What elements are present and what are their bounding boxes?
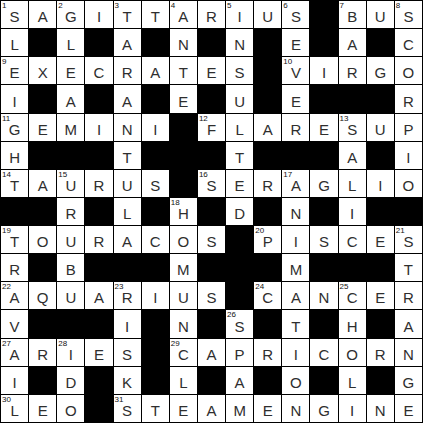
letter-cell[interactable]: R: [85, 226, 112, 253]
letter-cell[interactable]: S: [142, 170, 169, 197]
black-cell: [310, 367, 337, 394]
cell-letter: C: [262, 290, 273, 309]
cell-letter: E: [38, 403, 48, 422]
letter-cell[interactable]: D: [226, 198, 253, 225]
cell-letter: A: [38, 9, 48, 28]
letter-cell[interactable]: M: [226, 395, 253, 422]
letter-cell[interactable]: A: [226, 367, 253, 394]
letter-cell[interactable]: U: [226, 85, 253, 112]
letter-cell[interactable]: 23R: [114, 282, 141, 309]
clue-number: 7: [340, 1, 344, 10]
cell-letter: B: [347, 9, 357, 28]
letter-cell[interactable]: C: [395, 29, 422, 56]
letter-cell[interactable]: I: [282, 339, 309, 366]
cell-letter: O: [403, 178, 415, 197]
letter-cell[interactable]: R: [85, 170, 112, 197]
cell-letter: A: [206, 347, 216, 366]
cell-letter: U: [178, 290, 189, 309]
letter-cell[interactable]: U: [254, 1, 281, 28]
cell-letter: S: [291, 9, 301, 28]
cell-letter: I: [12, 375, 16, 394]
cell-letter: L: [10, 403, 18, 422]
letter-cell[interactable]: E: [367, 282, 394, 309]
letter-cell[interactable]: R: [198, 1, 225, 28]
black-cell: [85, 395, 112, 422]
cell-letter: A: [206, 403, 216, 422]
cell-letter: C: [319, 347, 330, 366]
black-cell: [170, 114, 197, 141]
letter-cell[interactable]: E: [282, 85, 309, 112]
letter-cell[interactable]: A: [198, 395, 225, 422]
letter-cell[interactable]: N: [170, 310, 197, 337]
letter-cell[interactable]: R: [57, 198, 84, 225]
letter-cell[interactable]: S: [114, 339, 141, 366]
clue-number: 10: [283, 57, 292, 66]
black-cell: [29, 310, 56, 337]
black-cell: [254, 142, 281, 169]
black-cell: [198, 142, 225, 169]
clue-number: 13: [340, 114, 349, 123]
letter-cell[interactable]: I: [1, 367, 28, 394]
cell-letter: V: [10, 319, 20, 338]
letter-cell[interactable]: 16S: [198, 170, 225, 197]
letter-cell[interactable]: A: [114, 226, 141, 253]
crossword-grid: 1SA2GI3TT4AR5IU6S7BU8SLLANNEAC9EXECRATES…: [0, 0, 423, 423]
letter-cell[interactable]: U: [170, 282, 197, 309]
black-cell: [367, 85, 394, 112]
letter-cell[interactable]: 11G: [1, 114, 28, 141]
letter-cell[interactable]: U: [57, 226, 84, 253]
letter-cell[interactable]: N: [395, 339, 422, 366]
cell-letter: L: [235, 122, 243, 141]
letter-cell[interactable]: I: [85, 114, 112, 141]
letter-cell[interactable]: 25C: [339, 282, 366, 309]
letter-cell[interactable]: 13S: [339, 114, 366, 141]
letter-cell[interactable]: I: [1, 85, 28, 112]
letter-cell[interactable]: R: [339, 57, 366, 84]
letter-cell[interactable]: I: [367, 170, 394, 197]
cell-letter: E: [403, 403, 413, 422]
letter-cell[interactable]: 7B: [339, 1, 366, 28]
letter-cell[interactable]: C: [339, 226, 366, 253]
cell-letter: I: [125, 319, 129, 338]
black-cell: [226, 282, 253, 309]
letter-cell[interactable]: O: [29, 226, 56, 253]
letter-cell[interactable]: L: [1, 29, 28, 56]
letter-cell[interactable]: E: [57, 57, 84, 84]
letter-cell[interactable]: N: [367, 395, 394, 422]
cell-letter: T: [235, 150, 244, 169]
letter-cell[interactable]: E: [85, 339, 112, 366]
cell-letter: V: [291, 65, 301, 84]
letter-cell[interactable]: G: [310, 170, 337, 197]
letter-cell[interactable]: 21S: [395, 226, 422, 253]
cell-letter: A: [347, 150, 357, 169]
letter-cell[interactable]: I: [310, 57, 337, 84]
letter-cell[interactable]: T: [282, 310, 309, 337]
letter-cell[interactable]: U: [114, 170, 141, 197]
black-cell: [282, 142, 309, 169]
black-cell: [310, 29, 337, 56]
letter-cell[interactable]: X: [29, 57, 56, 84]
cell-letter: R: [290, 122, 301, 141]
black-cell: [367, 29, 394, 56]
letter-cell[interactable]: A: [29, 170, 56, 197]
letter-cell[interactable]: U: [367, 1, 394, 28]
cell-letter: E: [178, 94, 188, 113]
letter-cell[interactable]: 5I: [226, 1, 253, 28]
letter-cell[interactable]: 8S: [395, 1, 422, 28]
cell-letter: R: [122, 65, 133, 84]
letter-cell[interactable]: S: [226, 57, 253, 84]
letter-cell[interactable]: 4A: [170, 1, 197, 28]
cell-letter: U: [234, 94, 245, 113]
letter-cell[interactable]: I: [142, 114, 169, 141]
letter-cell[interactable]: R: [254, 339, 281, 366]
letter-cell[interactable]: O: [395, 57, 422, 84]
letter-cell[interactable]: I: [114, 310, 141, 337]
letter-cell[interactable]: R: [367, 339, 394, 366]
letter-cell[interactable]: 18H: [170, 198, 197, 225]
black-cell: [170, 142, 197, 169]
letter-cell[interactable]: 6S: [282, 1, 309, 28]
letter-cell[interactable]: G: [367, 57, 394, 84]
black-cell: [198, 29, 225, 56]
letter-cell[interactable]: S: [198, 226, 225, 253]
clue-number: 26: [227, 310, 236, 319]
letter-cell[interactable]: R: [29, 339, 56, 366]
cell-letter: Q: [37, 290, 49, 309]
cell-letter: S: [347, 122, 357, 141]
letter-cell[interactable]: 26S: [226, 310, 253, 337]
cell-letter: E: [206, 65, 216, 84]
letter-cell[interactable]: E: [170, 395, 197, 422]
black-cell: [29, 142, 56, 169]
letter-cell[interactable]: A: [57, 85, 84, 112]
black-cell: [254, 57, 281, 84]
cell-letter: A: [291, 290, 301, 309]
letter-cell[interactable]: T: [114, 142, 141, 169]
letter-cell[interactable]: R: [395, 85, 422, 112]
letter-cell[interactable]: M: [282, 254, 309, 281]
cell-letter: S: [403, 9, 413, 28]
clue-number: 2: [58, 1, 62, 10]
letter-cell[interactable]: E: [310, 114, 337, 141]
cell-letter: B: [66, 262, 76, 281]
clue-number: 9: [2, 57, 6, 66]
letter-cell[interactable]: N: [170, 29, 197, 56]
cell-letter: G: [403, 375, 415, 394]
letter-cell[interactable]: L: [226, 114, 253, 141]
cell-letter: T: [151, 9, 160, 28]
letter-cell[interactable]: I: [282, 226, 309, 253]
cell-letter: C: [178, 347, 189, 366]
cell-letter: A: [263, 122, 273, 141]
cell-letter: C: [150, 234, 161, 253]
black-cell: [310, 310, 337, 337]
black-cell: [310, 1, 337, 28]
letter-cell[interactable]: Q: [29, 282, 56, 309]
letter-cell[interactable]: 9E: [1, 57, 28, 84]
letter-cell[interactable]: T: [170, 57, 197, 84]
letter-cell[interactable]: A: [339, 142, 366, 169]
letter-cell[interactable]: O: [339, 339, 366, 366]
letter-cell[interactable]: P: [226, 339, 253, 366]
black-cell: [367, 310, 394, 337]
letter-cell[interactable]: 24C: [254, 282, 281, 309]
letter-cell[interactable]: N: [310, 282, 337, 309]
cell-letter: A: [235, 375, 245, 394]
cell-letter: N: [122, 122, 133, 141]
letter-cell[interactable]: T: [142, 395, 169, 422]
letter-cell[interactable]: O: [170, 226, 197, 253]
letter-cell[interactable]: R: [254, 170, 281, 197]
cell-letter: I: [12, 94, 16, 113]
black-cell: [367, 367, 394, 394]
clue-number: 19: [2, 226, 11, 235]
letter-cell[interactable]: O: [282, 367, 309, 394]
letter-cell[interactable]: 3T: [114, 1, 141, 28]
clue-number: 22: [2, 282, 11, 291]
cell-letter: E: [291, 37, 301, 56]
letter-cell[interactable]: I: [85, 1, 112, 28]
letter-cell[interactable]: E: [367, 226, 394, 253]
clue-number: 18: [171, 198, 180, 207]
letter-cell[interactable]: U: [367, 114, 394, 141]
letter-cell[interactable]: M: [170, 254, 197, 281]
black-cell: [142, 254, 169, 281]
cell-letter: T: [291, 319, 300, 338]
letter-cell[interactable]: N: [114, 114, 141, 141]
letter-cell[interactable]: N: [282, 198, 309, 225]
letter-cell[interactable]: H: [1, 142, 28, 169]
letter-cell[interactable]: R: [1, 254, 28, 281]
cell-letter: O: [403, 65, 415, 84]
letter-cell[interactable]: T: [395, 254, 422, 281]
cell-letter: N: [319, 290, 330, 309]
clue-number: 23: [115, 282, 124, 291]
black-cell: [367, 142, 394, 169]
letter-cell[interactable]: L: [339, 367, 366, 394]
cell-letter: N: [403, 347, 414, 366]
cell-letter: P: [235, 347, 245, 366]
letter-cell[interactable]: A: [395, 310, 422, 337]
letter-cell[interactable]: E: [254, 395, 281, 422]
letter-cell[interactable]: A: [114, 29, 141, 56]
letter-cell[interactable]: O: [395, 170, 422, 197]
black-cell: [310, 198, 337, 225]
cell-letter: S: [235, 319, 245, 338]
letter-cell[interactable]: E: [226, 170, 253, 197]
letter-cell[interactable]: U: [57, 282, 84, 309]
black-cell: [170, 170, 197, 197]
letter-cell[interactable]: L: [114, 198, 141, 225]
letter-cell[interactable]: 19T: [1, 226, 28, 253]
cell-letter: I: [294, 347, 298, 366]
letter-cell[interactable]: R: [114, 57, 141, 84]
black-cell: [310, 254, 337, 281]
cell-letter: R: [37, 347, 48, 366]
letter-cell[interactable]: N: [226, 29, 253, 56]
cell-letter: T: [151, 403, 160, 422]
letter-cell[interactable]: I: [339, 198, 366, 225]
cell-letter: O: [178, 234, 190, 253]
cell-letter: C: [347, 234, 358, 253]
letter-cell[interactable]: 30L: [1, 395, 28, 422]
letter-cell[interactable]: T: [226, 142, 253, 169]
cell-letter: I: [97, 9, 101, 28]
letter-cell[interactable]: E: [198, 57, 225, 84]
cell-letter: U: [262, 9, 273, 28]
cell-letter: E: [38, 122, 48, 141]
letter-cell[interactable]: A: [282, 282, 309, 309]
letter-cell[interactable]: E: [29, 114, 56, 141]
letter-cell[interactable]: A: [254, 114, 281, 141]
letter-cell[interactable]: 20P: [254, 226, 281, 253]
letter-cell[interactable]: L: [339, 170, 366, 197]
letter-cell[interactable]: A: [339, 29, 366, 56]
cell-letter: L: [348, 375, 356, 394]
cell-letter: I: [153, 122, 157, 141]
cell-letter: L: [348, 178, 356, 197]
letter-cell[interactable]: I: [339, 395, 366, 422]
letter-cell[interactable]: N: [282, 395, 309, 422]
letter-cell[interactable]: 14T: [1, 170, 28, 197]
letter-cell[interactable]: I: [395, 142, 422, 169]
cell-letter: G: [318, 178, 330, 197]
cell-letter: E: [319, 122, 329, 141]
cell-letter: A: [94, 290, 104, 309]
cell-letter: R: [206, 9, 217, 28]
letter-cell[interactable]: M: [57, 114, 84, 141]
cell-letter: I: [350, 403, 354, 422]
cell-letter: U: [375, 9, 386, 28]
letter-cell[interactable]: 22A: [1, 282, 28, 309]
cell-letter: S: [206, 290, 216, 309]
cell-letter: I: [69, 347, 73, 366]
cell-letter: R: [94, 234, 105, 253]
cell-letter: G: [318, 403, 330, 422]
black-cell: [57, 310, 84, 337]
black-cell: [29, 29, 56, 56]
black-cell: [85, 198, 112, 225]
letter-cell[interactable]: T: [142, 1, 169, 28]
letter-cell[interactable]: E: [282, 29, 309, 56]
letter-cell[interactable]: 28I: [57, 339, 84, 366]
black-cell: [114, 254, 141, 281]
letter-cell[interactable]: G: [395, 367, 422, 394]
black-cell: [226, 254, 253, 281]
letter-cell[interactable]: 12F: [198, 114, 225, 141]
cell-letter: R: [403, 94, 414, 113]
cell-letter: N: [178, 37, 189, 56]
letter-cell[interactable]: 29C: [170, 339, 197, 366]
black-cell: [310, 142, 337, 169]
cell-letter: A: [66, 94, 76, 113]
letter-cell[interactable]: K: [114, 367, 141, 394]
cell-letter: A: [10, 347, 20, 366]
black-cell: [254, 198, 281, 225]
black-cell: [1, 198, 28, 225]
letter-cell[interactable]: 31S: [114, 395, 141, 422]
letter-cell[interactable]: 2G: [57, 1, 84, 28]
letter-cell[interactable]: 27A: [1, 339, 28, 366]
cell-letter: K: [122, 375, 132, 394]
letter-cell[interactable]: A: [198, 339, 225, 366]
cell-letter: N: [178, 319, 189, 338]
letter-cell[interactable]: D: [57, 367, 84, 394]
letter-cell[interactable]: V: [1, 310, 28, 337]
letter-cell[interactable]: S: [198, 282, 225, 309]
clue-number: 30: [2, 395, 11, 404]
letter-cell[interactable]: C: [142, 226, 169, 253]
cell-letter: M: [65, 122, 78, 141]
black-cell: [85, 310, 112, 337]
black-cell: [142, 198, 169, 225]
letter-cell[interactable]: S: [310, 226, 337, 253]
black-cell: [85, 254, 112, 281]
letter-cell[interactable]: R: [282, 114, 309, 141]
letter-cell[interactable]: L: [170, 367, 197, 394]
cell-letter: S: [235, 65, 245, 84]
letter-cell[interactable]: 10V: [282, 57, 309, 84]
letter-cell[interactable]: R: [395, 282, 422, 309]
letter-cell[interactable]: E: [29, 395, 56, 422]
letter-cell[interactable]: 17A: [282, 170, 309, 197]
letter-cell[interactable]: 15U: [57, 170, 84, 197]
letter-cell[interactable]: O: [57, 395, 84, 422]
cell-letter: A: [122, 94, 132, 113]
clue-number: 12: [199, 114, 208, 123]
black-cell: [198, 198, 225, 225]
cell-letter: X: [38, 65, 48, 84]
cell-letter: A: [122, 37, 132, 56]
cell-letter: A: [38, 178, 48, 197]
letter-cell[interactable]: C: [85, 57, 112, 84]
cell-letter: I: [238, 9, 242, 28]
letter-cell[interactable]: E: [395, 395, 422, 422]
cell-letter: I: [294, 234, 298, 253]
cell-letter: O: [65, 403, 77, 422]
letter-cell[interactable]: C: [310, 339, 337, 366]
letter-cell[interactable]: B: [57, 254, 84, 281]
letter-cell[interactable]: P: [395, 114, 422, 141]
cell-letter: R: [9, 262, 20, 281]
black-cell: [85, 367, 112, 394]
black-cell: [29, 85, 56, 112]
cell-letter: R: [403, 290, 414, 309]
letter-cell[interactable]: H: [339, 310, 366, 337]
cell-letter: U: [65, 290, 76, 309]
cell-letter: P: [403, 122, 413, 141]
letter-cell[interactable]: L: [57, 29, 84, 56]
letter-cell[interactable]: A: [29, 1, 56, 28]
letter-cell[interactable]: I: [142, 282, 169, 309]
letter-cell[interactable]: A: [142, 57, 169, 84]
letter-cell[interactable]: 1S: [1, 1, 28, 28]
black-cell: [254, 367, 281, 394]
letter-cell[interactable]: A: [85, 282, 112, 309]
letter-cell[interactable]: A: [114, 85, 141, 112]
letter-cell[interactable]: E: [170, 85, 197, 112]
letter-cell[interactable]: G: [310, 395, 337, 422]
cell-letter: A: [178, 9, 188, 28]
cell-letter: T: [10, 178, 19, 197]
cell-letter: L: [10, 37, 18, 56]
cell-letter: I: [378, 178, 382, 197]
cell-letter: C: [94, 65, 105, 84]
cell-letter: U: [122, 178, 133, 197]
